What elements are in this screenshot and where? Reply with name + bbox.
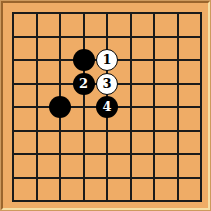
stone-white-3[interactable]: 3 [96,73,118,95]
go-board-frame: 1234 [0,0,211,211]
stone-black[interactable] [49,96,71,118]
stone-black-2[interactable]: 2 [73,73,95,95]
stone-black[interactable] [73,49,95,71]
stone-black-4[interactable]: 4 [96,96,118,118]
stone-white-1[interactable]: 1 [96,49,118,71]
go-board: 1234 [1,1,210,210]
